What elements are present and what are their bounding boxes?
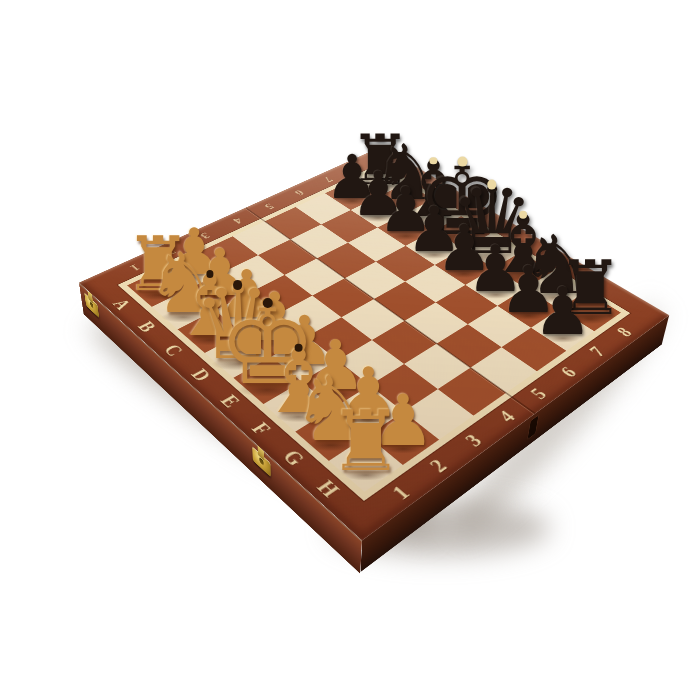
square-h6[interactable] [502, 328, 567, 372]
square-h7[interactable] [531, 309, 594, 351]
square-h2[interactable] [367, 412, 439, 465]
square-f1[interactable] [264, 382, 334, 432]
square-c1[interactable] [178, 310, 243, 353]
square-f4[interactable] [372, 321, 437, 364]
square-f3[interactable] [338, 340, 404, 385]
square-f5[interactable] [405, 302, 468, 343]
square-b1[interactable] [152, 289, 215, 330]
square-e3[interactable] [307, 317, 372, 360]
square-g6[interactable] [468, 306, 531, 347]
board-top-surface: ABCDEFGH 87654321 87654321 [79, 146, 669, 540]
file-labels-bottom: ABCDEFGH [98, 288, 358, 513]
square-g3[interactable] [370, 364, 438, 412]
square-h4[interactable] [438, 368, 506, 416]
square-g4[interactable] [404, 344, 470, 390]
square-h3[interactable] [403, 389, 473, 440]
square-e1[interactable] [233, 357, 301, 404]
hinge-seam [528, 416, 539, 439]
folding-chess-board: ABCDEFGH 87654321 87654321 [79, 146, 669, 540]
square-e4[interactable] [341, 299, 404, 340]
square-h1[interactable] [329, 436, 403, 492]
square-h5[interactable] [470, 347, 536, 393]
square-g2[interactable] [333, 385, 403, 435]
square-c2[interactable] [215, 292, 278, 333]
square-e2[interactable] [271, 336, 337, 381]
square-d2[interactable] [242, 314, 307, 357]
square-d1[interactable] [205, 333, 271, 378]
square-g5[interactable] [437, 324, 502, 367]
product-photo-scene: { "game": "chess", "scene": { "descripti… [0, 0, 700, 700]
square-f2[interactable] [302, 360, 370, 408]
square-g1[interactable] [295, 408, 367, 461]
square-d3[interactable] [278, 296, 341, 337]
